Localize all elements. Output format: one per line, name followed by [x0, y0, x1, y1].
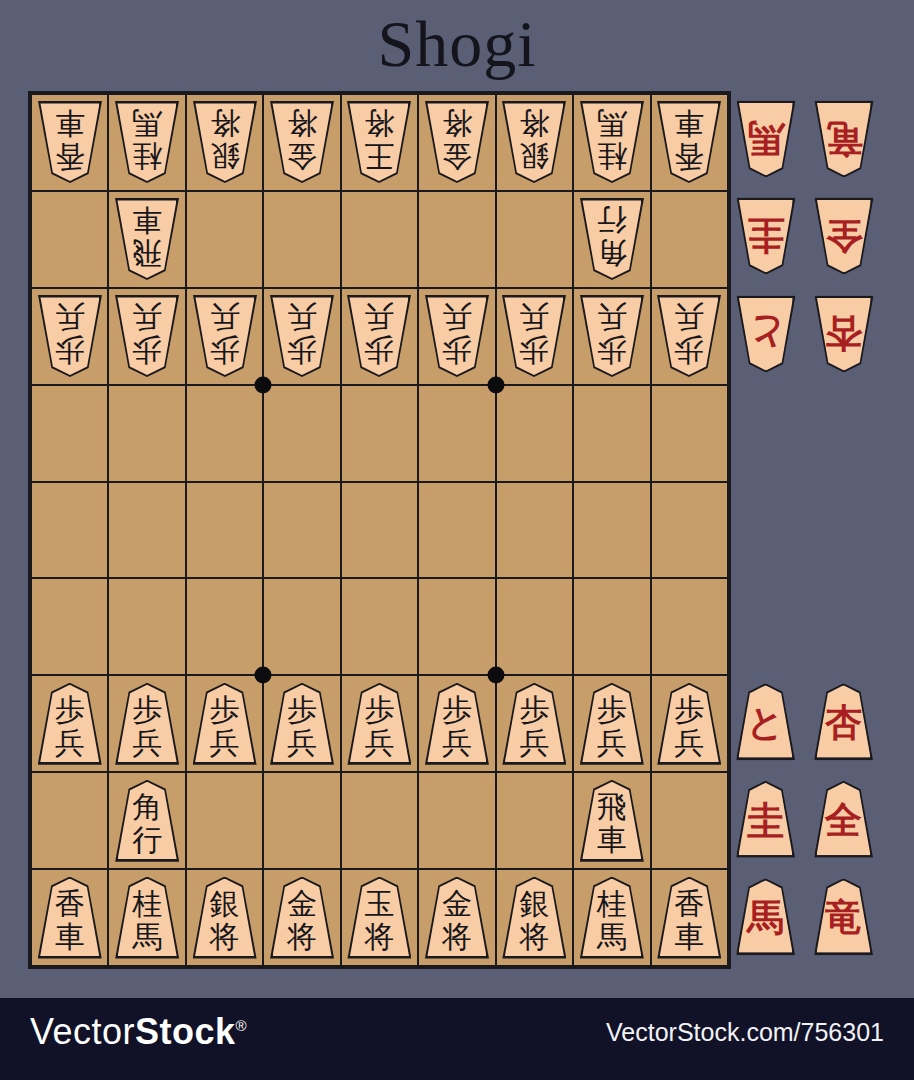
board-cell-r1c4[interactable]: 金将 — [263, 94, 340, 191]
kanji-char: 将 — [364, 107, 394, 140]
piece-歩兵[interactable]: 歩兵 — [580, 295, 644, 377]
board-cell-r9c9[interactable]: 香車 — [651, 869, 728, 966]
board-cell-r8c9[interactable] — [651, 772, 728, 869]
kanji-char: 銀 — [210, 140, 240, 173]
kanji-char: 歩 — [55, 693, 85, 726]
board-cell-r4c3[interactable] — [186, 385, 263, 482]
piece-kanji: 桂馬 — [580, 885, 644, 955]
board-cell-r6c7[interactable] — [496, 578, 573, 675]
piece-kanji: 歩兵 — [193, 691, 257, 761]
piece-歩兵[interactable]: 歩兵 — [193, 683, 257, 765]
kanji-char: 兵 — [364, 726, 394, 759]
board-cell-r3c4[interactable]: 歩兵 — [263, 288, 340, 385]
piece-kanji: 王将 — [347, 105, 411, 175]
piece-桂馬[interactable]: 桂馬 — [115, 101, 179, 183]
board-cell-r8c1[interactable] — [31, 772, 108, 869]
piece-kanji: 歩兵 — [38, 691, 102, 761]
piece-角行[interactable]: 角行 — [580, 198, 644, 280]
kanji-char: 車 — [132, 204, 162, 237]
kanji-char: 行 — [132, 823, 162, 856]
board-cell-r8c2[interactable]: 角行 — [108, 772, 185, 869]
kanji-char: 歩 — [364, 334, 394, 367]
piece-金将[interactable]: 金将 — [425, 101, 489, 183]
kanji-char: 車 — [55, 920, 85, 953]
piece-歩兵[interactable]: 歩兵 — [270, 683, 334, 765]
board-cell-r7c2[interactable]: 歩兵 — [108, 675, 185, 772]
tray-slot: 竜 — [814, 94, 873, 192]
board-cell-r8c3[interactable] — [186, 772, 263, 869]
board-cell-r6c4[interactable] — [263, 578, 340, 675]
piece-と[interactable]: と — [736, 295, 795, 372]
board-cell-r4c9[interactable] — [651, 385, 728, 482]
piece-金将[interactable]: 金将 — [270, 877, 334, 959]
kanji-char: 圭 — [747, 216, 784, 254]
tray-slot: 圭 — [736, 192, 795, 290]
piece-kanji: 歩兵 — [580, 691, 644, 761]
kanji-char: 歩 — [132, 334, 162, 367]
kanji-char: 将 — [442, 107, 472, 140]
piece-桂馬[interactable]: 桂馬 — [580, 101, 644, 183]
board-cell-r4c7[interactable] — [496, 385, 573, 482]
piece-kanji: 香車 — [38, 885, 102, 955]
kanji-char: 桂 — [597, 140, 627, 173]
board-cell-r7c6[interactable]: 歩兵 — [418, 675, 495, 772]
board-cell-r2c3[interactable] — [186, 191, 263, 288]
kanji-char: 香 — [674, 140, 704, 173]
board-cell-r2c2[interactable]: 飛車 — [108, 191, 185, 288]
kanji-char: 王 — [364, 140, 394, 173]
board-cell-r3c7[interactable]: 歩兵 — [496, 288, 573, 385]
piece-馬[interactable]: 馬 — [736, 100, 795, 177]
kanji-char: 銀 — [210, 887, 240, 920]
board-cell-r5c3[interactable] — [186, 482, 263, 579]
kanji-char: 歩 — [287, 334, 317, 367]
piece-杏[interactable]: 杏 — [814, 683, 873, 760]
kanji-char: 行 — [597, 204, 627, 237]
watermark-brand-light: Vector — [30, 1011, 135, 1052]
piece-桂馬[interactable]: 桂馬 — [580, 877, 644, 959]
board-cell-r9c7[interactable]: 銀将 — [496, 869, 573, 966]
board-cell-r9c4[interactable]: 金将 — [263, 869, 340, 966]
kanji-char: 角 — [597, 237, 627, 270]
promoted-piece-kanji: 圭 — [736, 202, 795, 269]
kanji-char: 兵 — [287, 726, 317, 759]
kanji-char: 馬 — [132, 107, 162, 140]
board-cell-r7c7[interactable]: 歩兵 — [496, 675, 573, 772]
piece-歩兵[interactable]: 歩兵 — [270, 295, 334, 377]
kanji-char: 将 — [210, 107, 240, 140]
board-cell-r6c1[interactable] — [31, 578, 108, 675]
piece-kanji: 角行 — [580, 202, 644, 272]
kanji-char: 兵 — [597, 726, 627, 759]
piece-kanji: 歩兵 — [580, 299, 644, 369]
kanji-char: 歩 — [597, 334, 627, 367]
piece-飛車[interactable]: 飛車 — [115, 198, 179, 280]
kanji-char: 金 — [287, 140, 317, 173]
piece-飛車[interactable]: 飛車 — [580, 780, 644, 862]
board-cell-r5c2[interactable] — [108, 482, 185, 579]
piece-kanji: 歩兵 — [270, 691, 334, 761]
kanji-char: 歩 — [364, 693, 394, 726]
board-cell-r8c7[interactable] — [496, 772, 573, 869]
promoted-piece-kanji: 竜 — [814, 884, 873, 951]
kanji-char: 馬 — [597, 107, 627, 140]
board-cell-r2c7[interactable] — [496, 191, 573, 288]
piece-銀将[interactable]: 銀将 — [502, 877, 566, 959]
tray-slot: 馬 — [736, 94, 795, 192]
kanji-char: 兵 — [55, 726, 85, 759]
kanji-char: 杏 — [825, 704, 862, 742]
piece-圭[interactable]: 圭 — [736, 781, 795, 858]
piece-香車[interactable]: 香車 — [657, 877, 721, 959]
piece-kanji: 銀将 — [502, 885, 566, 955]
piece-歩兵[interactable]: 歩兵 — [347, 295, 411, 377]
board-cell-r2c1[interactable] — [31, 191, 108, 288]
piece-kanji: 金将 — [425, 105, 489, 175]
board-cell-r5c7[interactable] — [496, 482, 573, 579]
board-cell-r4c6[interactable] — [418, 385, 495, 482]
board-cell-r3c6[interactable]: 歩兵 — [418, 288, 495, 385]
kanji-char: 金 — [287, 887, 317, 920]
piece-王将[interactable]: 王将 — [347, 101, 411, 183]
promoted-piece-kanji: 圭 — [736, 787, 795, 854]
kanji-char: 全 — [825, 216, 862, 254]
board-cell-r4c2[interactable] — [108, 385, 185, 482]
piece-kanji: 歩兵 — [502, 691, 566, 761]
kanji-char: 車 — [674, 107, 704, 140]
board-cell-r4c5[interactable] — [341, 385, 418, 482]
piece-kanji: 玉将 — [347, 885, 411, 955]
kanji-char: 歩 — [674, 334, 704, 367]
piece-kanji: 歩兵 — [657, 299, 721, 369]
piece-kanji: 歩兵 — [425, 299, 489, 369]
kanji-char: 将 — [364, 920, 394, 953]
kanji-char: 馬 — [597, 920, 627, 953]
board-cell-r6c5[interactable] — [341, 578, 418, 675]
piece-香車[interactable]: 香車 — [38, 101, 102, 183]
tray-slot: 杏 — [814, 289, 873, 387]
kanji-char: 兵 — [55, 301, 85, 334]
piece-竜[interactable]: 竜 — [814, 878, 873, 955]
kanji-char: 将 — [287, 107, 317, 140]
piece-歩兵[interactable]: 歩兵 — [502, 683, 566, 765]
board-cell-r5c5[interactable] — [341, 482, 418, 579]
piece-歩兵[interactable]: 歩兵 — [347, 683, 411, 765]
promoted-piece-kanji: 馬 — [736, 884, 795, 951]
piece-kanji: 角行 — [115, 788, 179, 858]
piece-歩兵[interactable]: 歩兵 — [502, 295, 566, 377]
board-cell-r5c9[interactable] — [651, 482, 728, 579]
kanji-char: 兵 — [287, 301, 317, 334]
piece-kanji: 飛車 — [580, 788, 644, 858]
tray-slot: 馬 — [736, 872, 795, 970]
piece-kanji: 香車 — [38, 105, 102, 175]
kanji-char: 杏 — [825, 314, 862, 352]
piece-馬[interactable]: 馬 — [736, 878, 795, 955]
kanji-char: 飛 — [597, 790, 627, 823]
kanji-char: 車 — [597, 823, 627, 856]
tray-slot: と — [736, 677, 795, 775]
piece-竜[interactable]: 竜 — [814, 100, 873, 177]
piece-銀将[interactable]: 銀将 — [502, 101, 566, 183]
kanji-char: と — [747, 704, 785, 742]
kanji-char: 玉 — [364, 887, 394, 920]
piece-kanji: 歩兵 — [270, 299, 334, 369]
board-cell-r9c8[interactable]: 桂馬 — [573, 869, 650, 966]
kanji-char: 竜 — [825, 119, 862, 157]
page-title: Shogi — [0, 6, 914, 82]
board-cell-r1c7[interactable]: 銀将 — [496, 94, 573, 191]
board-cell-r3c9[interactable]: 歩兵 — [651, 288, 728, 385]
piece-歩兵[interactable]: 歩兵 — [193, 295, 257, 377]
kanji-char: 桂 — [132, 140, 162, 173]
kanji-char: 将 — [519, 107, 549, 140]
kanji-char: 兵 — [442, 726, 472, 759]
piece-kanji: 桂馬 — [115, 885, 179, 955]
board-cell-r1c1[interactable]: 香車 — [31, 94, 108, 191]
board-cell-r3c1[interactable]: 歩兵 — [31, 288, 108, 385]
kanji-char: 将 — [442, 920, 472, 953]
kanji-char: 車 — [674, 920, 704, 953]
sente-promoted-tray: と杏圭全馬竜 — [736, 677, 876, 970]
board-cell-r9c5[interactable]: 玉将 — [341, 869, 418, 966]
kanji-char: 飛 — [132, 237, 162, 270]
promoted-piece-kanji: と — [736, 689, 795, 756]
piece-歩兵[interactable]: 歩兵 — [657, 683, 721, 765]
piece-銀将[interactable]: 銀将 — [193, 101, 257, 183]
piece-歩兵[interactable]: 歩兵 — [657, 295, 721, 377]
piece-歩兵[interactable]: 歩兵 — [115, 683, 179, 765]
board-cell-r5c4[interactable] — [263, 482, 340, 579]
kanji-char: 将 — [210, 920, 240, 953]
piece-kanji: 歩兵 — [657, 691, 721, 761]
piece-kanji: 桂馬 — [115, 105, 179, 175]
piece-歩兵[interactable]: 歩兵 — [425, 295, 489, 377]
kanji-char: 歩 — [442, 693, 472, 726]
kanji-char: 銀 — [519, 887, 549, 920]
kanji-char: 車 — [55, 107, 85, 140]
tray-slot: と — [736, 289, 795, 387]
board-cell-r4c1[interactable] — [31, 385, 108, 482]
piece-玉将[interactable]: 玉将 — [347, 877, 411, 959]
piece-kanji: 香車 — [657, 105, 721, 175]
kanji-char: 将 — [519, 920, 549, 953]
kanji-char: 馬 — [747, 899, 784, 937]
kanji-char: 桂 — [132, 887, 162, 920]
kanji-char: 兵 — [210, 726, 240, 759]
kanji-char: 兵 — [132, 301, 162, 334]
piece-kanji: 歩兵 — [115, 691, 179, 761]
registered-mark-icon: ® — [236, 1017, 248, 1034]
promoted-piece-kanji: と — [736, 299, 795, 366]
kanji-char: 歩 — [519, 334, 549, 367]
board-cell-r9c6[interactable]: 金将 — [418, 869, 495, 966]
kanji-char: 金 — [442, 140, 472, 173]
kanji-char: 兵 — [210, 301, 240, 334]
kanji-char: 兵 — [519, 301, 549, 334]
shogi-board: 香車桂馬銀将金将王将金将銀将桂馬香車飛車角行歩兵歩兵歩兵歩兵歩兵歩兵歩兵歩兵歩兵… — [28, 91, 731, 969]
board-cell-r5c6[interactable] — [418, 482, 495, 579]
kanji-char: と — [747, 314, 785, 352]
kanji-char: 圭 — [747, 801, 784, 839]
kanji-char: 歩 — [210, 693, 240, 726]
board-cell-r3c5[interactable]: 歩兵 — [341, 288, 418, 385]
kanji-char: 将 — [287, 920, 317, 953]
piece-kanji: 歩兵 — [193, 299, 257, 369]
kanji-char: 兵 — [442, 301, 472, 334]
piece-kanji: 金将 — [270, 105, 334, 175]
board-cell-r8c8[interactable]: 飛車 — [573, 772, 650, 869]
kanji-char: 桂 — [597, 887, 627, 920]
piece-金将[interactable]: 金将 — [270, 101, 334, 183]
kanji-char: 竜 — [825, 899, 862, 937]
tray-slot: 全 — [814, 192, 873, 290]
kanji-char: 香 — [55, 140, 85, 173]
piece-歩兵[interactable]: 歩兵 — [38, 683, 102, 765]
watermark-logo: VectorStock® — [30, 1011, 247, 1053]
kanji-char: 兵 — [132, 726, 162, 759]
piece-kanji: 歩兵 — [347, 691, 411, 761]
piece-金将[interactable]: 金将 — [425, 877, 489, 959]
piece-香車[interactable]: 香車 — [38, 877, 102, 959]
kanji-char: 角 — [132, 790, 162, 823]
kanji-char: 歩 — [132, 693, 162, 726]
kanji-char: 馬 — [132, 920, 162, 953]
piece-と[interactable]: と — [736, 683, 795, 760]
board-cell-r7c9[interactable]: 歩兵 — [651, 675, 728, 772]
board-cell-r2c9[interactable] — [651, 191, 728, 288]
board-cell-r6c3[interactable] — [186, 578, 263, 675]
board-cell-r5c8[interactable] — [573, 482, 650, 579]
kanji-char: 兵 — [674, 726, 704, 759]
board-cell-r7c4[interactable]: 歩兵 — [263, 675, 340, 772]
board-cell-r1c9[interactable]: 香車 — [651, 94, 728, 191]
board-cell-r2c6[interactable] — [418, 191, 495, 288]
piece-全[interactable]: 全 — [814, 781, 873, 858]
kanji-char: 歩 — [55, 334, 85, 367]
tray-slot: 圭 — [736, 775, 795, 873]
board-cell-r8c4[interactable] — [263, 772, 340, 869]
kanji-char: 兵 — [597, 301, 627, 334]
piece-kanji: 香車 — [657, 885, 721, 955]
gote-promoted-tray: 馬竜圭全と杏 — [736, 94, 876, 387]
promoted-piece-kanji: 馬 — [736, 104, 795, 171]
promoted-piece-kanji: 竜 — [814, 104, 873, 171]
piece-歩兵[interactable]: 歩兵 — [425, 683, 489, 765]
board-cell-r1c3[interactable]: 銀将 — [186, 94, 263, 191]
kanji-char: 歩 — [210, 334, 240, 367]
piece-kanji: 歩兵 — [115, 299, 179, 369]
watermark-url: VectorStock.com/756301 — [606, 1018, 884, 1047]
page: Shogi 香車桂馬銀将金将王将金将銀将桂馬香車飛車角行歩兵歩兵歩兵歩兵歩兵歩兵… — [0, 0, 914, 1080]
board-cell-r6c2[interactable] — [108, 578, 185, 675]
tray-slot: 杏 — [814, 677, 873, 775]
board-cell-r8c6[interactable] — [418, 772, 495, 869]
piece-kanji: 銀将 — [502, 105, 566, 175]
kanji-char: 香 — [55, 887, 85, 920]
piece-香車[interactable]: 香車 — [657, 101, 721, 183]
tray-slot: 竜 — [814, 872, 873, 970]
board-cell-r1c5[interactable]: 王将 — [341, 94, 418, 191]
piece-kanji: 桂馬 — [580, 105, 644, 175]
kanji-char: 馬 — [747, 119, 784, 157]
piece-圭[interactable]: 圭 — [736, 198, 795, 275]
board-cell-r7c1[interactable]: 歩兵 — [31, 675, 108, 772]
board-cell-r6c6[interactable] — [418, 578, 495, 675]
piece-桂馬[interactable]: 桂馬 — [115, 877, 179, 959]
kanji-char: 香 — [674, 887, 704, 920]
promoted-piece-kanji: 杏 — [814, 689, 873, 756]
piece-角行[interactable]: 角行 — [115, 780, 179, 862]
board-cell-r1c2[interactable]: 桂馬 — [108, 94, 185, 191]
piece-kanji: 歩兵 — [38, 299, 102, 369]
board-cell-r6c9[interactable] — [651, 578, 728, 675]
promoted-piece-kanji: 全 — [814, 787, 873, 854]
piece-全[interactable]: 全 — [814, 198, 873, 275]
board-cell-r6c8[interactable] — [573, 578, 650, 675]
piece-kanji: 歩兵 — [347, 299, 411, 369]
board-cell-r1c6[interactable]: 金将 — [418, 94, 495, 191]
promoted-piece-kanji: 全 — [814, 202, 873, 269]
piece-杏[interactable]: 杏 — [814, 295, 873, 372]
kanji-char: 歩 — [442, 334, 472, 367]
board-cell-r5c1[interactable] — [31, 482, 108, 579]
board-cell-r2c4[interactable] — [263, 191, 340, 288]
kanji-char: 兵 — [674, 301, 704, 334]
piece-kanji: 飛車 — [115, 202, 179, 272]
kanji-char: 全 — [825, 801, 862, 839]
board-cell-r1c8[interactable]: 桂馬 — [573, 94, 650, 191]
kanji-char: 歩 — [519, 693, 549, 726]
piece-kanji: 銀将 — [193, 885, 257, 955]
board-cell-r2c8[interactable]: 角行 — [573, 191, 650, 288]
board-cell-r7c5[interactable]: 歩兵 — [341, 675, 418, 772]
board-cell-r3c8[interactable]: 歩兵 — [573, 288, 650, 385]
tray-slot: 全 — [814, 775, 873, 873]
kanji-char: 歩 — [597, 693, 627, 726]
kanji-char: 兵 — [364, 301, 394, 334]
board-cell-r9c1[interactable]: 香車 — [31, 869, 108, 966]
piece-銀将[interactable]: 銀将 — [193, 877, 257, 959]
piece-kanji: 金将 — [425, 885, 489, 955]
kanji-char: 兵 — [519, 726, 549, 759]
board-cell-r4c8[interactable] — [573, 385, 650, 482]
piece-kanji: 金将 — [270, 885, 334, 955]
piece-kanji: 銀将 — [193, 105, 257, 175]
board-cell-r4c4[interactable] — [263, 385, 340, 482]
promoted-piece-kanji: 杏 — [814, 299, 873, 366]
piece-kanji: 歩兵 — [425, 691, 489, 761]
piece-歩兵[interactable]: 歩兵 — [115, 295, 179, 377]
piece-歩兵[interactable]: 歩兵 — [580, 683, 644, 765]
board-cell-r9c3[interactable]: 銀将 — [186, 869, 263, 966]
kanji-char: 銀 — [519, 140, 549, 173]
piece-歩兵[interactable]: 歩兵 — [38, 295, 102, 377]
piece-kanji: 歩兵 — [502, 299, 566, 369]
kanji-char: 歩 — [287, 693, 317, 726]
board-cell-r9c2[interactable]: 桂馬 — [108, 869, 185, 966]
board-cell-r7c8[interactable]: 歩兵 — [573, 675, 650, 772]
board-cell-r7c3[interactable]: 歩兵 — [186, 675, 263, 772]
board-cell-r3c2[interactable]: 歩兵 — [108, 288, 185, 385]
kanji-char: 金 — [442, 887, 472, 920]
board-cell-r2c5[interactable] — [341, 191, 418, 288]
board-cell-r8c5[interactable] — [341, 772, 418, 869]
watermark-bar: VectorStock® VectorStock.com/756301 — [0, 998, 914, 1080]
board-cell-r3c3[interactable]: 歩兵 — [186, 288, 263, 385]
kanji-char: 歩 — [674, 693, 704, 726]
watermark-brand-bold: Stock — [135, 1011, 236, 1052]
